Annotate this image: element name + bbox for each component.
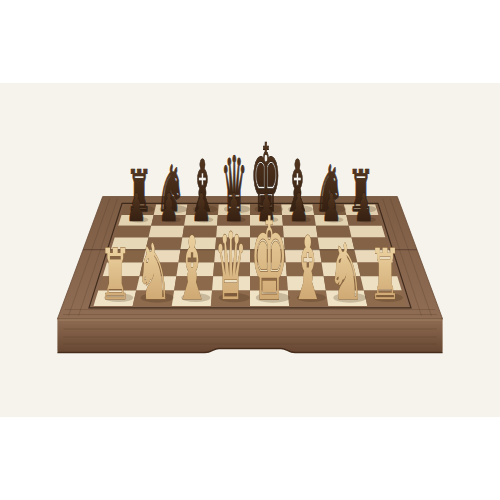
piece-white-b-c1: ♝ — [175, 218, 210, 320]
piece-black-p-h7: ♟ — [354, 186, 374, 230]
chess-set-photo: ♜♞♝♛♚♝♞♜♟♟♟♟♟♟♟♟♜♞♝♛♚♝♞♜ — [0, 0, 500, 500]
chess-board-svg: ♜♞♝♛♚♝♞♜♟♟♟♟♟♟♟♟♜♞♝♛♚♝♞♜ — [0, 0, 500, 500]
piece-white-n-g1: ♞ — [328, 228, 364, 318]
piece-white-n-b1: ♞ — [136, 228, 172, 318]
piece-white-b-f1: ♝ — [290, 218, 325, 320]
piece-black-p-a7: ♟ — [126, 186, 146, 230]
piece-white-k-e1: ♚ — [250, 193, 288, 326]
piece-white-r-h1: ♜ — [369, 235, 400, 316]
piece-white-q-d1: ♛ — [214, 214, 246, 322]
piece-white-r-a1: ♜ — [99, 235, 130, 316]
